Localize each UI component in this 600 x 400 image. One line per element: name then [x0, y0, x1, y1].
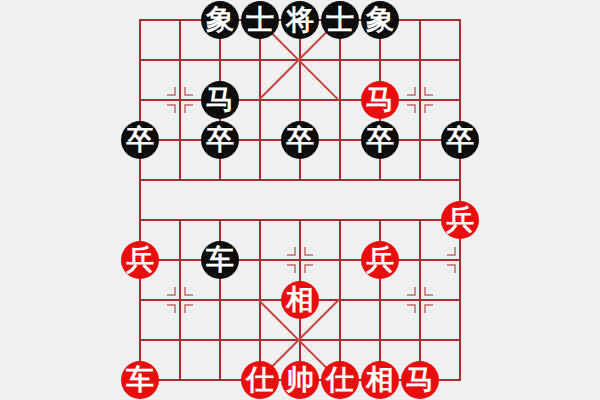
piece-black-pawn[interactable]: 卒 [121, 121, 159, 159]
board-point: 卒 [200, 120, 240, 160]
board-point: 卒 [280, 120, 320, 160]
board-point: 车 [200, 240, 240, 280]
piece-black-pawn[interactable]: 卒 [361, 121, 399, 159]
piece-black-pawn[interactable]: 卒 [441, 121, 479, 159]
board-grid[interactable]: 象士将士象马马卒卒卒卒卒兵兵车兵相车仕帅仕相马 [120, 0, 480, 400]
board-point: 相 [360, 360, 400, 400]
piece-black-advisor[interactable]: 士 [241, 1, 279, 39]
board-point: 马 [200, 80, 240, 120]
piece-red-king[interactable]: 帅 [281, 361, 319, 399]
piece-black-elephant[interactable]: 象 [201, 1, 239, 39]
board-point: 车 [120, 360, 160, 400]
piece-red-horse[interactable]: 马 [361, 81, 399, 119]
board-point: 兵 [360, 240, 400, 280]
board-point: 将 [280, 0, 320, 40]
piece-red-rook[interactable]: 车 [121, 361, 159, 399]
board-point: 士 [240, 0, 280, 40]
piece-red-pawn[interactable]: 兵 [121, 241, 159, 279]
piece-red-advisor[interactable]: 仕 [241, 361, 279, 399]
piece-black-elephant[interactable]: 象 [361, 1, 399, 39]
board-point: 马 [400, 360, 440, 400]
piece-black-rook[interactable]: 车 [201, 241, 239, 279]
board-point: 士 [320, 0, 360, 40]
board-point: 象 [360, 0, 400, 40]
board-point: 帅 [280, 360, 320, 400]
piece-red-horse[interactable]: 马 [401, 361, 439, 399]
board-point: 卒 [120, 120, 160, 160]
piece-black-advisor[interactable]: 士 [321, 1, 359, 39]
board-point: 卒 [440, 120, 480, 160]
board-point: 兵 [120, 240, 160, 280]
board-point: 相 [280, 280, 320, 320]
board-point: 仕 [320, 360, 360, 400]
board-point: 象 [200, 0, 240, 40]
piece-black-pawn[interactable]: 卒 [281, 121, 319, 159]
board-point: 马 [360, 80, 400, 120]
piece-black-king[interactable]: 将 [281, 1, 319, 39]
board-point: 仕 [240, 360, 280, 400]
piece-red-elephant[interactable]: 相 [361, 361, 399, 399]
piece-black-horse[interactable]: 马 [201, 81, 239, 119]
piece-red-pawn[interactable]: 兵 [361, 241, 399, 279]
piece-red-advisor[interactable]: 仕 [321, 361, 359, 399]
xiangqi-board[interactable]: 象士将士象马马卒卒卒卒卒兵兵车兵相车仕帅仕相马 [0, 0, 600, 400]
board-point: 卒 [360, 120, 400, 160]
board-point: 兵 [440, 200, 480, 240]
piece-red-elephant[interactable]: 相 [281, 281, 319, 319]
piece-red-pawn[interactable]: 兵 [441, 201, 479, 239]
piece-black-pawn[interactable]: 卒 [201, 121, 239, 159]
